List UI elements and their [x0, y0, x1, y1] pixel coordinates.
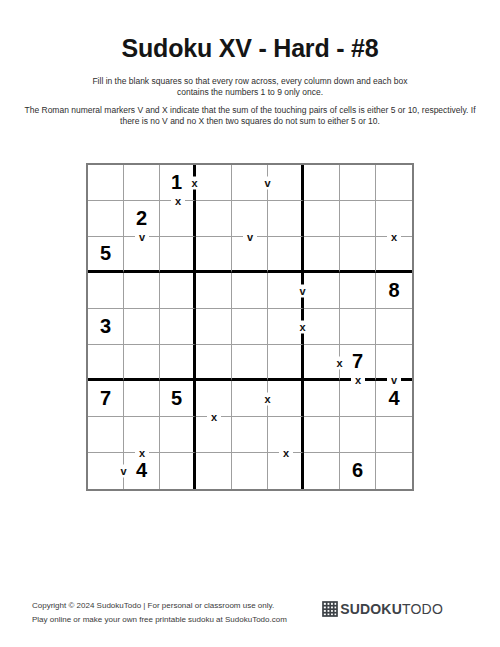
- footer-line-2: Play online or make your own free printa…: [32, 613, 287, 627]
- grid-cell[interactable]: [196, 453, 232, 489]
- grid-cell[interactable]: [196, 201, 232, 237]
- grid-cell[interactable]: [88, 201, 124, 237]
- grid-cell[interactable]: [160, 309, 196, 345]
- grid-cell: 7: [340, 345, 376, 381]
- grid-cell[interactable]: [196, 309, 232, 345]
- given-digit: 7: [100, 388, 111, 408]
- sudoku-cells: 12583775446: [88, 165, 412, 489]
- grid-cell[interactable]: [340, 417, 376, 453]
- grid-cell[interactable]: [376, 345, 412, 381]
- grid-cell[interactable]: [196, 165, 232, 201]
- grid-cell[interactable]: [124, 165, 160, 201]
- grid-cell[interactable]: [304, 237, 340, 273]
- logo-sudoku: SUDOKU: [340, 601, 402, 617]
- grid-cell[interactable]: [304, 309, 340, 345]
- grid-cell[interactable]: [304, 417, 340, 453]
- grid-cell[interactable]: [304, 273, 340, 309]
- grid-cell[interactable]: [268, 309, 304, 345]
- grid-cell: 1: [160, 165, 196, 201]
- grid-cell[interactable]: [268, 273, 304, 309]
- grid-cell: 4: [124, 453, 160, 489]
- logo-wordmark: SUDOKUTODO: [340, 601, 443, 617]
- given-digit: 2: [136, 208, 147, 228]
- grid-cell[interactable]: [88, 165, 124, 201]
- grid-cell[interactable]: [160, 345, 196, 381]
- sudokutodo-logo: SUDOKUTODO: [322, 601, 443, 617]
- grid-cell[interactable]: [268, 381, 304, 417]
- grid-cell[interactable]: [304, 201, 340, 237]
- sudoku-grid-icon: [322, 601, 338, 617]
- grid-cell: 5: [88, 237, 124, 273]
- grid-cell[interactable]: [340, 201, 376, 237]
- grid-cell: 4: [376, 381, 412, 417]
- page-title: Sudoku XV - Hard - #8: [0, 34, 500, 63]
- grid-cell[interactable]: [232, 201, 268, 237]
- grid-cell[interactable]: [160, 417, 196, 453]
- grid-cell[interactable]: [196, 417, 232, 453]
- grid-cell[interactable]: [124, 417, 160, 453]
- grid-cell[interactable]: [196, 273, 232, 309]
- given-digit: 7: [352, 351, 363, 371]
- grid-cell[interactable]: [376, 165, 412, 201]
- grid-cell[interactable]: [124, 381, 160, 417]
- grid-cell[interactable]: [340, 273, 376, 309]
- instructions-rules: Fill in the blank squares so that every …: [78, 76, 423, 99]
- grid-cell[interactable]: [232, 237, 268, 273]
- footer-copyright: Copyright © 2024 SudokuTodo | For person…: [32, 599, 287, 627]
- grid-cell[interactable]: [340, 381, 376, 417]
- grid-cell[interactable]: [124, 237, 160, 273]
- grid-cell[interactable]: [268, 453, 304, 489]
- grid-cell[interactable]: [160, 273, 196, 309]
- grid-cell[interactable]: [268, 345, 304, 381]
- grid-cell[interactable]: [232, 381, 268, 417]
- grid-cell[interactable]: [88, 417, 124, 453]
- grid-cell[interactable]: [232, 165, 268, 201]
- grid-cell[interactable]: [268, 417, 304, 453]
- grid-cell[interactable]: [340, 309, 376, 345]
- grid-cell[interactable]: [160, 201, 196, 237]
- grid-cell[interactable]: [268, 201, 304, 237]
- given-digit: 4: [388, 388, 399, 408]
- grid-cell[interactable]: [124, 309, 160, 345]
- grid-cell: 5: [160, 381, 196, 417]
- grid-cell[interactable]: [232, 309, 268, 345]
- grid-cell[interactable]: [376, 201, 412, 237]
- grid-cell[interactable]: [304, 165, 340, 201]
- grid-cell[interactable]: [160, 453, 196, 489]
- grid-cell[interactable]: [268, 165, 304, 201]
- given-digit: 6: [352, 460, 363, 480]
- grid-cell[interactable]: [340, 237, 376, 273]
- grid-cell[interactable]: [268, 237, 304, 273]
- given-digit: 4: [136, 460, 147, 480]
- sudoku-board: 12583775446 XVVXXXVXVVXXVXXX: [86, 163, 414, 491]
- grid-cell[interactable]: [376, 417, 412, 453]
- logo-todo: TODO: [402, 601, 443, 617]
- grid-cell[interactable]: [124, 273, 160, 309]
- grid-cell[interactable]: [232, 345, 268, 381]
- instructions-xv-markers: The Roman numeral markers V and X indica…: [16, 105, 484, 128]
- grid-cell: 7: [88, 381, 124, 417]
- grid-cell[interactable]: [196, 381, 232, 417]
- given-digit: 5: [171, 388, 182, 408]
- given-digit: 5: [100, 243, 111, 263]
- grid-cell[interactable]: [88, 345, 124, 381]
- grid-cell: 2: [124, 201, 160, 237]
- grid-cell[interactable]: [232, 273, 268, 309]
- grid-cell[interactable]: [88, 273, 124, 309]
- grid-cell: 3: [88, 309, 124, 345]
- given-digit: 8: [388, 280, 399, 300]
- grid-cell[interactable]: [304, 345, 340, 381]
- grid-cell[interactable]: [232, 453, 268, 489]
- grid-cell[interactable]: [196, 345, 232, 381]
- grid-cell[interactable]: [340, 165, 376, 201]
- grid-cell[interactable]: [232, 417, 268, 453]
- given-digit: 1: [171, 172, 182, 192]
- grid-cell[interactable]: [160, 237, 196, 273]
- grid-cell[interactable]: [196, 237, 232, 273]
- grid-cell[interactable]: [124, 345, 160, 381]
- grid-cell[interactable]: [88, 453, 124, 489]
- grid-cell[interactable]: [376, 237, 412, 273]
- given-digit: 3: [100, 316, 111, 336]
- grid-cell[interactable]: [376, 453, 412, 489]
- grid-cell[interactable]: [376, 309, 412, 345]
- grid-cell[interactable]: [304, 381, 340, 417]
- footer-line-1: Copyright © 2024 SudokuTodo | For person…: [32, 599, 287, 613]
- grid-cell: 6: [340, 453, 376, 489]
- grid-cell[interactable]: [304, 453, 340, 489]
- grid-cell: 8: [376, 273, 412, 309]
